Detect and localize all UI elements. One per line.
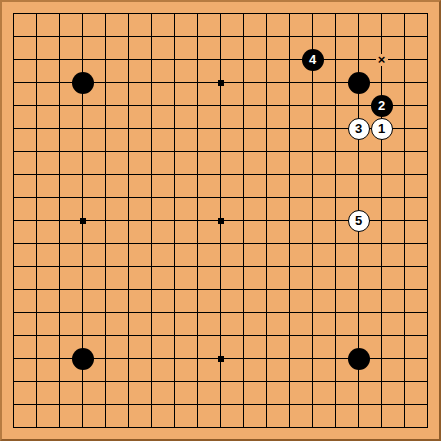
intersection	[186, 278, 209, 301]
intersection	[2, 117, 25, 140]
intersection	[117, 48, 140, 71]
intersection	[48, 232, 71, 255]
intersection	[255, 94, 278, 117]
intersection	[278, 393, 301, 416]
intersection: 5	[347, 209, 370, 232]
intersection	[370, 370, 393, 393]
intersection	[186, 255, 209, 278]
intersection	[301, 209, 324, 232]
intersection	[2, 370, 25, 393]
star-point	[218, 80, 224, 86]
intersection	[25, 94, 48, 117]
intersection	[2, 140, 25, 163]
intersection	[370, 186, 393, 209]
intersection	[48, 278, 71, 301]
intersection	[163, 255, 186, 278]
intersection	[393, 416, 416, 439]
intersection	[117, 393, 140, 416]
intersection	[25, 117, 48, 140]
intersection	[209, 94, 232, 117]
intersection	[117, 2, 140, 25]
intersection	[416, 117, 439, 140]
intersection	[324, 416, 347, 439]
intersection	[232, 347, 255, 370]
intersection	[232, 301, 255, 324]
intersection	[416, 48, 439, 71]
intersection	[324, 232, 347, 255]
intersection	[232, 25, 255, 48]
intersection	[209, 232, 232, 255]
intersection	[71, 25, 94, 48]
intersection	[25, 255, 48, 278]
intersection	[25, 48, 48, 71]
intersection	[94, 209, 117, 232]
intersection	[301, 71, 324, 94]
intersection	[48, 117, 71, 140]
go-board: 4×2315	[0, 0, 441, 441]
intersection	[324, 25, 347, 48]
intersection	[163, 209, 186, 232]
intersection	[48, 2, 71, 25]
intersection	[416, 370, 439, 393]
intersection	[393, 232, 416, 255]
intersection	[255, 232, 278, 255]
intersection	[2, 209, 25, 232]
intersection	[48, 163, 71, 186]
intersection	[186, 163, 209, 186]
cross-marker: ×	[376, 54, 388, 66]
intersection	[117, 117, 140, 140]
intersection	[2, 301, 25, 324]
intersection	[94, 347, 117, 370]
intersection	[48, 347, 71, 370]
intersection	[393, 393, 416, 416]
intersection	[163, 94, 186, 117]
intersection	[25, 2, 48, 25]
star-point	[218, 356, 224, 362]
intersection	[2, 163, 25, 186]
intersection	[140, 416, 163, 439]
intersection	[163, 301, 186, 324]
move-5-stone: 5	[348, 210, 370, 232]
intersection	[2, 94, 25, 117]
intersection	[232, 255, 255, 278]
intersection	[163, 117, 186, 140]
intersection: ×	[370, 48, 393, 71]
intersection	[186, 117, 209, 140]
intersection	[232, 209, 255, 232]
intersection	[232, 2, 255, 25]
intersection	[324, 94, 347, 117]
intersection	[2, 416, 25, 439]
intersection: 3	[347, 117, 370, 140]
intersection	[94, 416, 117, 439]
intersection	[301, 2, 324, 25]
intersection	[416, 71, 439, 94]
intersection	[370, 25, 393, 48]
intersection	[278, 163, 301, 186]
intersection	[140, 163, 163, 186]
intersection	[278, 347, 301, 370]
intersection	[370, 393, 393, 416]
intersection	[117, 416, 140, 439]
intersection	[71, 301, 94, 324]
intersection	[255, 324, 278, 347]
intersection	[48, 209, 71, 232]
intersection	[324, 255, 347, 278]
intersection	[94, 393, 117, 416]
intersection	[48, 324, 71, 347]
intersection	[186, 347, 209, 370]
intersection	[347, 163, 370, 186]
intersection	[347, 393, 370, 416]
intersection	[255, 393, 278, 416]
intersection	[416, 393, 439, 416]
intersection	[209, 278, 232, 301]
intersection	[324, 301, 347, 324]
intersection	[347, 94, 370, 117]
intersection	[186, 2, 209, 25]
star-point	[218, 218, 224, 224]
intersection	[301, 278, 324, 301]
intersection	[347, 347, 370, 370]
board-grid: 4×2315	[2, 2, 439, 439]
intersection	[94, 186, 117, 209]
intersection	[209, 301, 232, 324]
intersection: 1	[370, 117, 393, 140]
intersection	[278, 71, 301, 94]
intersection	[347, 324, 370, 347]
intersection	[232, 232, 255, 255]
intersection	[393, 255, 416, 278]
intersection	[278, 140, 301, 163]
intersection	[278, 94, 301, 117]
intersection	[71, 370, 94, 393]
intersection	[25, 347, 48, 370]
intersection	[209, 71, 232, 94]
intersection	[94, 25, 117, 48]
intersection	[94, 117, 117, 140]
intersection	[140, 2, 163, 25]
intersection	[48, 393, 71, 416]
intersection	[416, 301, 439, 324]
intersection	[301, 255, 324, 278]
intersection	[347, 71, 370, 94]
intersection	[186, 48, 209, 71]
intersection	[117, 347, 140, 370]
intersection	[416, 186, 439, 209]
intersection	[163, 324, 186, 347]
intersection	[48, 48, 71, 71]
intersection	[416, 278, 439, 301]
intersection	[140, 301, 163, 324]
intersection	[324, 140, 347, 163]
intersection	[94, 71, 117, 94]
intersection	[324, 393, 347, 416]
intersection	[2, 393, 25, 416]
intersection	[117, 232, 140, 255]
intersection	[255, 416, 278, 439]
intersection	[278, 301, 301, 324]
intersection	[186, 416, 209, 439]
intersection	[393, 117, 416, 140]
intersection	[209, 163, 232, 186]
intersection	[48, 25, 71, 48]
intersection	[2, 2, 25, 25]
intersection	[71, 94, 94, 117]
intersection	[301, 117, 324, 140]
intersection	[48, 255, 71, 278]
intersection	[416, 94, 439, 117]
intersection	[370, 278, 393, 301]
intersection	[209, 140, 232, 163]
move-4-stone: 4	[302, 49, 324, 71]
intersection	[163, 416, 186, 439]
intersection	[209, 2, 232, 25]
intersection	[117, 163, 140, 186]
intersection	[48, 94, 71, 117]
intersection	[140, 370, 163, 393]
intersection	[347, 278, 370, 301]
intersection	[94, 301, 117, 324]
intersection	[71, 347, 94, 370]
intersection	[140, 140, 163, 163]
intersection	[232, 416, 255, 439]
intersection	[232, 117, 255, 140]
intersection	[163, 48, 186, 71]
intersection	[301, 186, 324, 209]
intersection	[370, 324, 393, 347]
intersection	[278, 2, 301, 25]
intersection	[232, 71, 255, 94]
intersection	[232, 278, 255, 301]
move-3-stone: 3	[348, 118, 370, 140]
intersection	[140, 347, 163, 370]
intersection	[25, 301, 48, 324]
intersection	[255, 117, 278, 140]
intersection	[94, 48, 117, 71]
intersection	[71, 278, 94, 301]
intersection	[209, 255, 232, 278]
intersection	[324, 163, 347, 186]
intersection	[393, 278, 416, 301]
intersection	[94, 94, 117, 117]
intersection	[255, 255, 278, 278]
intersection	[370, 301, 393, 324]
intersection	[48, 140, 71, 163]
intersection	[2, 25, 25, 48]
intersection	[416, 324, 439, 347]
intersection	[347, 186, 370, 209]
intersection	[163, 186, 186, 209]
intersection	[163, 2, 186, 25]
intersection	[25, 324, 48, 347]
intersection	[209, 347, 232, 370]
intersection	[232, 393, 255, 416]
intersection	[301, 25, 324, 48]
intersection	[370, 163, 393, 186]
intersection	[209, 209, 232, 232]
intersection	[209, 25, 232, 48]
intersection	[2, 324, 25, 347]
intersection	[2, 71, 25, 94]
intersection	[232, 324, 255, 347]
intersection	[140, 117, 163, 140]
intersection	[2, 347, 25, 370]
intersection	[117, 324, 140, 347]
intersection	[347, 48, 370, 71]
intersection	[255, 163, 278, 186]
intersection	[25, 370, 48, 393]
intersection	[278, 25, 301, 48]
intersection	[140, 48, 163, 71]
intersection	[140, 278, 163, 301]
intersection	[71, 324, 94, 347]
intersection	[301, 416, 324, 439]
intersection	[186, 25, 209, 48]
intersection	[255, 25, 278, 48]
intersection	[140, 255, 163, 278]
intersection	[186, 209, 209, 232]
intersection	[71, 232, 94, 255]
intersection	[71, 117, 94, 140]
intersection	[393, 94, 416, 117]
intersection	[71, 2, 94, 25]
intersection	[324, 324, 347, 347]
intersection	[117, 255, 140, 278]
intersection	[94, 2, 117, 25]
intersection	[25, 25, 48, 48]
intersection	[324, 186, 347, 209]
intersection	[301, 301, 324, 324]
intersection	[71, 255, 94, 278]
intersection	[186, 301, 209, 324]
intersection	[301, 324, 324, 347]
intersection	[163, 25, 186, 48]
intersection	[255, 48, 278, 71]
intersection	[140, 25, 163, 48]
intersection	[232, 370, 255, 393]
intersection	[209, 48, 232, 71]
intersection	[255, 140, 278, 163]
intersection	[416, 416, 439, 439]
intersection	[370, 2, 393, 25]
intersection	[140, 186, 163, 209]
intersection	[255, 347, 278, 370]
intersection	[186, 71, 209, 94]
intersection	[324, 117, 347, 140]
intersection	[25, 393, 48, 416]
intersection	[71, 393, 94, 416]
intersection	[370, 255, 393, 278]
intersection	[186, 232, 209, 255]
intersection	[48, 301, 71, 324]
intersection	[278, 186, 301, 209]
intersection	[117, 278, 140, 301]
intersection	[393, 347, 416, 370]
intersection	[324, 2, 347, 25]
intersection	[370, 416, 393, 439]
intersection	[48, 370, 71, 393]
intersection	[25, 163, 48, 186]
intersection	[393, 25, 416, 48]
intersection	[232, 94, 255, 117]
intersection	[117, 209, 140, 232]
intersection	[48, 186, 71, 209]
intersection	[209, 186, 232, 209]
intersection	[255, 278, 278, 301]
intersection	[347, 255, 370, 278]
intersection	[140, 232, 163, 255]
intersection	[301, 140, 324, 163]
intersection	[71, 48, 94, 71]
intersection	[25, 209, 48, 232]
intersection	[209, 370, 232, 393]
intersection	[186, 94, 209, 117]
intersection	[301, 370, 324, 393]
intersection	[140, 393, 163, 416]
intersection: 4	[301, 48, 324, 71]
intersection	[393, 324, 416, 347]
intersection	[416, 209, 439, 232]
intersection	[209, 416, 232, 439]
intersection	[347, 140, 370, 163]
intersection	[370, 347, 393, 370]
intersection	[163, 347, 186, 370]
intersection	[393, 370, 416, 393]
intersection	[209, 324, 232, 347]
intersection	[140, 209, 163, 232]
intersection	[370, 71, 393, 94]
intersection	[117, 186, 140, 209]
black-stone	[72, 72, 94, 94]
intersection	[186, 393, 209, 416]
intersection	[209, 117, 232, 140]
intersection	[416, 2, 439, 25]
intersection	[255, 301, 278, 324]
intersection	[324, 370, 347, 393]
intersection	[393, 2, 416, 25]
intersection	[324, 48, 347, 71]
intersection	[255, 71, 278, 94]
intersection	[301, 232, 324, 255]
intersection	[416, 347, 439, 370]
intersection	[48, 416, 71, 439]
intersection	[416, 25, 439, 48]
intersection	[25, 278, 48, 301]
intersection	[301, 347, 324, 370]
intersection	[232, 48, 255, 71]
intersection	[416, 163, 439, 186]
intersection	[140, 71, 163, 94]
intersection	[301, 163, 324, 186]
intersection	[393, 48, 416, 71]
intersection	[94, 163, 117, 186]
intersection	[370, 140, 393, 163]
intersection	[140, 94, 163, 117]
intersection	[117, 94, 140, 117]
intersection	[324, 71, 347, 94]
intersection	[278, 416, 301, 439]
intersection	[278, 209, 301, 232]
intersection	[163, 71, 186, 94]
intersection	[2, 255, 25, 278]
intersection	[71, 186, 94, 209]
intersection	[278, 278, 301, 301]
intersection	[71, 140, 94, 163]
intersection	[117, 140, 140, 163]
move-2-stone: 2	[371, 95, 393, 117]
